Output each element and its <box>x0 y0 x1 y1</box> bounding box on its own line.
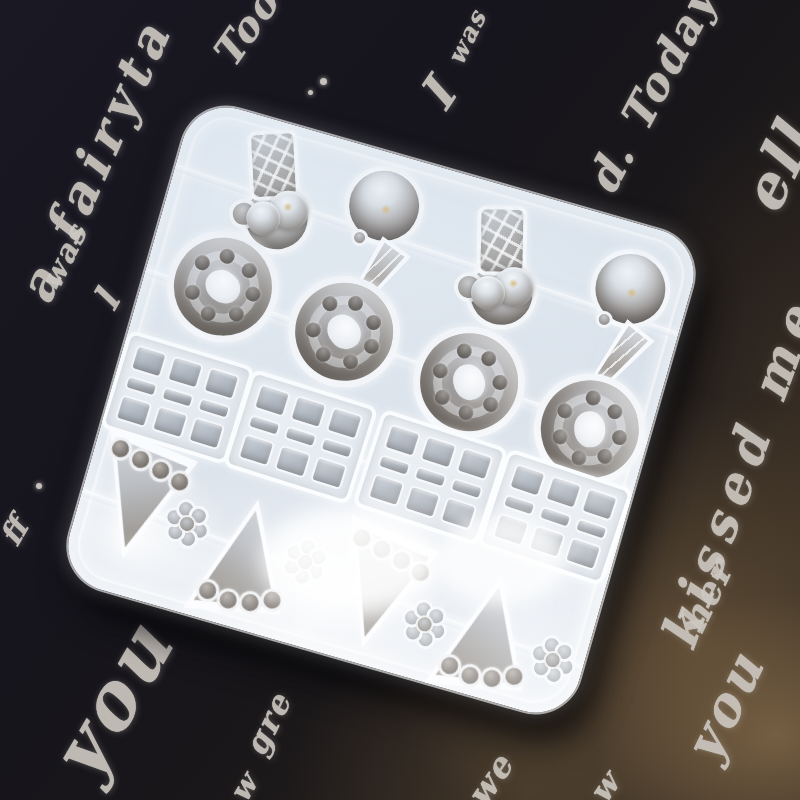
chocolate-cell <box>202 367 240 402</box>
chocolate-cell <box>544 475 583 510</box>
chocolate-cell <box>564 536 603 571</box>
chocolate-cell <box>502 494 537 517</box>
chocolate-cell <box>160 386 194 408</box>
chocolate-cell <box>455 447 494 482</box>
chocolate-cell <box>580 487 619 522</box>
chocolate-cell <box>115 394 153 429</box>
chocolate-cell <box>130 344 168 379</box>
chocolate-cell <box>325 406 363 441</box>
chocolate-cell <box>283 426 317 448</box>
glitter-dot <box>36 483 42 489</box>
chocolate-cell <box>273 444 311 479</box>
chocolate-cell <box>166 355 204 390</box>
chocolate-cell <box>508 463 547 498</box>
light-glare <box>436 515 566 605</box>
chocolate-cell <box>253 383 291 418</box>
chocolate-cell <box>124 375 158 397</box>
cake-slice-cavity <box>78 423 202 570</box>
chocolate-cell <box>377 454 412 476</box>
chocolate-cell <box>237 433 275 468</box>
chocolate-cell <box>310 455 348 490</box>
chocolate-cell <box>197 398 231 420</box>
chocolate-cell <box>367 473 406 508</box>
chocolate-cell <box>419 435 458 470</box>
waffle-cone <box>476 205 527 276</box>
chocolate-cell <box>247 414 281 436</box>
chocolate-bar-cavity <box>222 368 379 505</box>
chocolate-cell <box>319 437 353 459</box>
chocolate-cell <box>449 478 484 500</box>
glitter-dot <box>308 90 313 95</box>
chocolate-cell <box>383 423 422 458</box>
chocolate-cell <box>413 466 448 488</box>
chocolate-cell <box>403 484 442 519</box>
glitter-dot <box>320 78 327 85</box>
chocolate-cell <box>574 518 609 541</box>
chocolate-cell <box>289 395 327 430</box>
product-photo: Tooa fairytawaslIwasd. Todayellkissed me… <box>0 0 800 800</box>
light-glare <box>262 505 442 617</box>
